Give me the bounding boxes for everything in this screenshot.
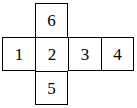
- net-cell-face-5: 5: [35, 71, 68, 105]
- net-cell-face-6: 6: [35, 3, 68, 37]
- net-cell-face-4: 4: [101, 37, 134, 71]
- net-cell-face-2: 2: [35, 37, 68, 71]
- net-cell-face-3: 3: [68, 37, 101, 71]
- net-cell-face-1: 1: [2, 37, 35, 71]
- cube-net-diagram: 6 1 2 3 4 5: [2, 3, 134, 105]
- cube-net-grid: 6 1 2 3 4 5: [2, 3, 134, 105]
